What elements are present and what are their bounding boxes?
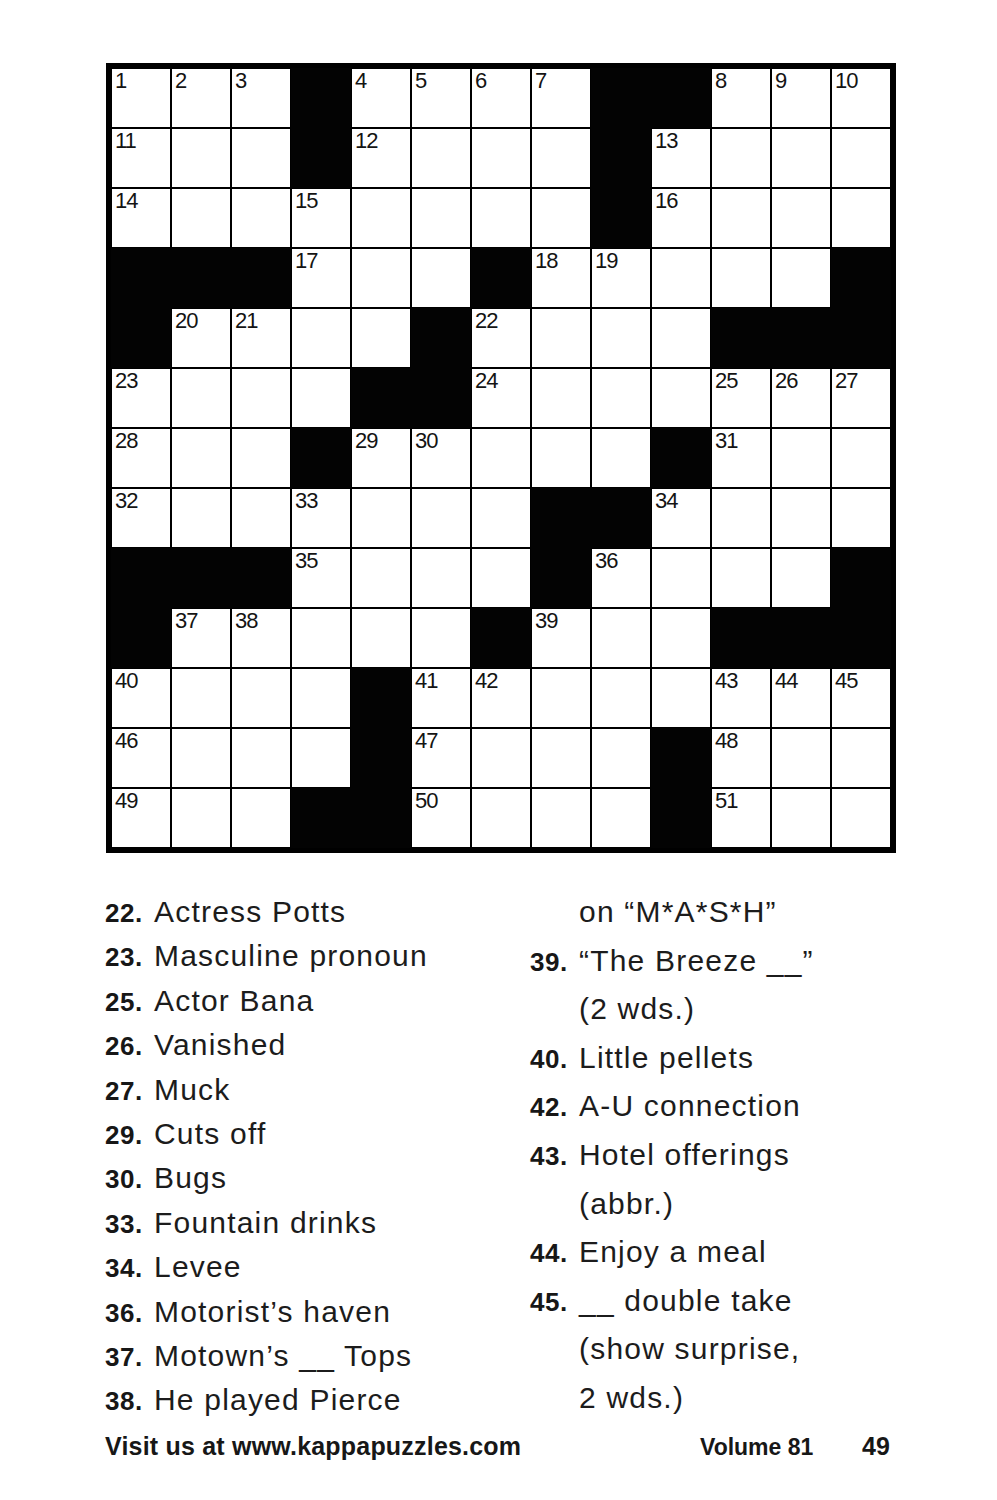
cell-r4c6[interactable]: [411, 248, 471, 308]
cell-r4c10[interactable]: [651, 248, 711, 308]
cell-number-5: 5: [415, 69, 426, 93]
cell-number-19: 19: [595, 249, 617, 273]
cell-r7c6[interactable]: 30: [411, 428, 471, 488]
cell-r2c6[interactable]: [411, 128, 471, 188]
cell-r10c2[interactable]: 37: [171, 608, 231, 668]
cell-r9c9[interactable]: 36: [591, 548, 651, 608]
cell-r4c11[interactable]: [711, 248, 771, 308]
black-cell-r7c4: [291, 428, 351, 488]
cell-r11c10[interactable]: [651, 668, 711, 728]
cell-number-46: 46: [115, 729, 137, 753]
black-cell-r4c3: [231, 248, 291, 308]
cell-r12c7[interactable]: [471, 728, 531, 788]
cell-r2c12[interactable]: [771, 128, 831, 188]
cell-r12c4[interactable]: [291, 728, 351, 788]
clues-left-column: 22.Actress Potts23.Masculine pronoun25.A…: [105, 895, 428, 1428]
cell-number-3: 3: [235, 69, 246, 93]
cell-number-9: 9: [775, 69, 786, 93]
cell-number-29: 29: [355, 429, 377, 453]
clue-number: 27.: [105, 1076, 154, 1107]
black-cell-r9c3: [231, 548, 291, 608]
clue-number: 33.: [105, 1209, 154, 1240]
black-cell-r2c9: [591, 128, 651, 188]
cell-number-8: 8: [715, 69, 726, 93]
cell-r3c12[interactable]: [771, 188, 831, 248]
clue-text: Motorist’s haven: [154, 1295, 391, 1328]
cell-r11c1[interactable]: 40: [111, 668, 171, 728]
clue-text: (2 wds.): [579, 992, 695, 1025]
cell-number-47: 47: [415, 729, 437, 753]
cell-r11c13[interactable]: 45: [831, 668, 891, 728]
cell-number-17: 17: [295, 249, 317, 273]
cell-r1c6[interactable]: 5: [411, 68, 471, 128]
cell-r6c4[interactable]: [291, 368, 351, 428]
cell-r11c7[interactable]: 42: [471, 668, 531, 728]
cell-r3c3[interactable]: [231, 188, 291, 248]
cell-r12c8[interactable]: [531, 728, 591, 788]
right-clue-39: 39.“The Breeze __”: [530, 944, 814, 993]
cell-r4c12[interactable]: [771, 248, 831, 308]
puzzle-page: { "game": "crossword", "position": { "ro…: [0, 0, 997, 1500]
cell-number-1: 1: [115, 69, 126, 93]
right-clue-42: 42.A-U connection: [530, 1089, 814, 1138]
black-cell-r9c8: [531, 548, 591, 608]
cell-r4c9[interactable]: 19: [591, 248, 651, 308]
cell-r4c4[interactable]: 17: [291, 248, 351, 308]
crossword-grid: 1234567891011121314151617181920212223242…: [106, 63, 896, 853]
cell-r6c9[interactable]: [591, 368, 651, 428]
clue-text: He played Pierce: [154, 1383, 402, 1416]
cell-r9c6[interactable]: [411, 548, 471, 608]
black-cell-r2c4: [291, 128, 351, 188]
cell-r9c7[interactable]: [471, 548, 531, 608]
cell-number-6: 6: [475, 69, 486, 93]
cell-r1c12[interactable]: 9: [771, 68, 831, 128]
clue-text: (abbr.): [579, 1187, 674, 1220]
cell-r3c4[interactable]: 15: [291, 188, 351, 248]
cell-number-27: 27: [835, 369, 857, 393]
cell-r12c1[interactable]: 46: [111, 728, 171, 788]
cell-r11c6[interactable]: 41: [411, 668, 471, 728]
black-cell-r9c2: [171, 548, 231, 608]
black-cell-r9c1: [111, 548, 171, 608]
left-clue-36: 36.Motorist’s haven: [105, 1295, 428, 1339]
clue-text: Hotel offerings: [579, 1138, 790, 1171]
clue-number: 29.: [105, 1120, 154, 1151]
cell-r1c11[interactable]: 8: [711, 68, 771, 128]
cell-r3c11[interactable]: [711, 188, 771, 248]
cell-number-22: 22: [475, 309, 497, 333]
cell-r13c12[interactable]: [771, 788, 831, 848]
clue-number: 45.: [530, 1287, 579, 1318]
cell-number-28: 28: [115, 429, 137, 453]
black-cell-r11c5: [351, 668, 411, 728]
cell-r9c11[interactable]: [711, 548, 771, 608]
cell-r3c13[interactable]: [831, 188, 891, 248]
black-cell-r1c9: [591, 68, 651, 128]
black-cell-r10c11: [711, 608, 771, 668]
cell-number-45: 45: [835, 669, 857, 693]
cell-number-30: 30: [415, 429, 437, 453]
cell-r8c5[interactable]: [351, 488, 411, 548]
black-cell-r10c7: [471, 608, 531, 668]
black-cell-r1c10: [651, 68, 711, 128]
cell-r13c3[interactable]: [231, 788, 291, 848]
cell-number-4: 4: [355, 69, 366, 93]
black-cell-r9c13: [831, 548, 891, 608]
clue-text: Fountain drinks: [154, 1206, 377, 1239]
cell-r10c3[interactable]: 38: [231, 608, 291, 668]
left-clue-22: 22.Actress Potts: [105, 895, 428, 939]
cell-r6c13[interactable]: 27: [831, 368, 891, 428]
cell-number-40: 40: [115, 669, 137, 693]
clues-right-column: on “M*A*S*H”39.“The Breeze __”(2 wds.)40…: [530, 895, 814, 1430]
black-cell-r13c5: [351, 788, 411, 848]
black-cell-r6c5: [351, 368, 411, 428]
cell-r7c1[interactable]: 28: [111, 428, 171, 488]
cell-r2c5[interactable]: 12: [351, 128, 411, 188]
black-cell-r10c13: [831, 608, 891, 668]
cell-r12c13[interactable]: [831, 728, 891, 788]
cell-r1c3[interactable]: 3: [231, 68, 291, 128]
cell-r2c8[interactable]: [531, 128, 591, 188]
left-clue-25: 25.Actor Bana: [105, 984, 428, 1028]
clue-number: 23.: [105, 942, 154, 973]
black-cell-r6c6: [411, 368, 471, 428]
right-clue-40: 40.Little pellets: [530, 1041, 814, 1090]
cell-number-42: 42: [475, 669, 497, 693]
clue-number: 22.: [105, 898, 154, 929]
volume-label: Volume 81: [700, 1434, 813, 1461]
clue-text: (show surprise,: [579, 1332, 800, 1365]
black-cell-r4c7: [471, 248, 531, 308]
clue-number: 30.: [105, 1164, 154, 1195]
black-cell-r4c2: [171, 248, 231, 308]
cell-number-43: 43: [715, 669, 737, 693]
cell-number-11: 11: [115, 129, 136, 153]
cell-r8c13[interactable]: [831, 488, 891, 548]
cell-r8c10[interactable]: 34: [651, 488, 711, 548]
cell-r5c3[interactable]: 21: [231, 308, 291, 368]
black-cell-r5c13: [831, 308, 891, 368]
cell-r13c7[interactable]: [471, 788, 531, 848]
cell-r11c4[interactable]: [291, 668, 351, 728]
cell-r1c2[interactable]: 2: [171, 68, 231, 128]
cell-r6c12[interactable]: 26: [771, 368, 831, 428]
cell-r11c2[interactable]: [171, 668, 231, 728]
black-cell-r10c1: [111, 608, 171, 668]
clue-text: Actor Bana: [154, 984, 314, 1017]
black-cell-r12c5: [351, 728, 411, 788]
black-cell-r8c8: [531, 488, 591, 548]
clue-number: 43.: [530, 1141, 579, 1172]
cell-r5c10[interactable]: [651, 308, 711, 368]
cell-number-23: 23: [115, 369, 137, 393]
cell-number-34: 34: [655, 489, 677, 513]
cell-r3c6[interactable]: [411, 188, 471, 248]
left-clue-33: 33.Fountain drinks: [105, 1206, 428, 1250]
cell-r2c1[interactable]: 11: [111, 128, 171, 188]
cell-r9c4[interactable]: 35: [291, 548, 351, 608]
cell-number-32: 32: [115, 489, 137, 513]
clue-text: Bugs: [154, 1161, 227, 1194]
right-clue-45: 45.__ double take: [530, 1284, 814, 1333]
cell-r13c8[interactable]: [531, 788, 591, 848]
right-clue-43: 43.Hotel offerings: [530, 1138, 814, 1187]
cell-number-25: 25: [715, 369, 737, 393]
cell-r13c2[interactable]: [171, 788, 231, 848]
black-cell-r8c9: [591, 488, 651, 548]
cell-number-7: 7: [535, 69, 546, 93]
clue-text: Actress Potts: [154, 895, 346, 928]
cell-number-51: 51: [715, 789, 737, 813]
cell-number-18: 18: [535, 249, 557, 273]
cell-r4c5[interactable]: [351, 248, 411, 308]
left-clue-30: 30.Bugs: [105, 1161, 428, 1205]
cell-number-15: 15: [295, 189, 317, 213]
black-cell-r5c1: [111, 308, 171, 368]
clue-text: “The Breeze __”: [579, 944, 814, 977]
cell-r11c9[interactable]: [591, 668, 651, 728]
cell-number-48: 48: [715, 729, 737, 753]
left-clue-27: 27.Muck: [105, 1073, 428, 1117]
cell-r13c11[interactable]: 51: [711, 788, 771, 848]
cell-r5c2[interactable]: 20: [171, 308, 231, 368]
cell-r8c4[interactable]: 33: [291, 488, 351, 548]
cell-r11c8[interactable]: [531, 668, 591, 728]
cell-r6c3[interactable]: [231, 368, 291, 428]
cell-number-37: 37: [175, 609, 197, 633]
left-clue-37: 37.Motown’s __ Tops: [105, 1339, 428, 1383]
cell-r7c7[interactable]: [471, 428, 531, 488]
cell-r10c10[interactable]: [651, 608, 711, 668]
left-clue-34: 34.Levee: [105, 1250, 428, 1294]
cell-r13c6[interactable]: 50: [411, 788, 471, 848]
black-cell-r13c10: [651, 788, 711, 848]
clue-text: Enjoy a meal: [579, 1235, 767, 1268]
clue-text: __ double take: [579, 1284, 793, 1317]
clue-text: Masculine pronoun: [154, 939, 428, 972]
cell-r5c5[interactable]: [351, 308, 411, 368]
cell-r7c12[interactable]: [771, 428, 831, 488]
clue-number: 39.: [530, 947, 579, 978]
clue-text: on “M*A*S*H”: [579, 895, 777, 928]
cell-number-12: 12: [355, 129, 377, 153]
cell-number-10: 10: [835, 69, 857, 93]
cell-number-26: 26: [775, 369, 797, 393]
cell-number-41: 41: [415, 669, 437, 693]
cell-r3c7[interactable]: [471, 188, 531, 248]
black-cell-r10c12: [771, 608, 831, 668]
clue-text: Motown’s __ Tops: [154, 1339, 412, 1372]
cell-r2c10[interactable]: 13: [651, 128, 711, 188]
black-cell-r5c12: [771, 308, 831, 368]
cell-r1c8[interactable]: 7: [531, 68, 591, 128]
cell-r6c10[interactable]: [651, 368, 711, 428]
cell-r8c3[interactable]: [231, 488, 291, 548]
right-clue-continuation: (show surprise,: [530, 1332, 814, 1381]
clue-text: Muck: [154, 1073, 230, 1106]
cell-r2c7[interactable]: [471, 128, 531, 188]
clue-number: 34.: [105, 1253, 154, 1284]
cell-r12c11[interactable]: 48: [711, 728, 771, 788]
right-clue-continuation: 2 wds.): [530, 1381, 814, 1430]
cell-r8c6[interactable]: [411, 488, 471, 548]
right-clue-continuation: (abbr.): [530, 1187, 814, 1236]
cell-r8c2[interactable]: [171, 488, 231, 548]
cell-number-16: 16: [655, 189, 677, 213]
page-footer: Visit us at www.kappapuzzles.com Volume …: [0, 1432, 997, 1468]
cell-r7c13[interactable]: [831, 428, 891, 488]
black-cell-r3c9: [591, 188, 651, 248]
clue-text: Cuts off: [154, 1117, 266, 1150]
clue-number: 37.: [105, 1342, 154, 1373]
cell-r8c7[interactable]: [471, 488, 531, 548]
cell-r2c13[interactable]: [831, 128, 891, 188]
clue-number: 25.: [105, 987, 154, 1018]
clue-number: 36.: [105, 1298, 154, 1329]
cell-r2c2[interactable]: [171, 128, 231, 188]
black-cell-r4c13: [831, 248, 891, 308]
cell-r5c9[interactable]: [591, 308, 651, 368]
cell-number-33: 33: [295, 489, 317, 513]
cell-r2c3[interactable]: [231, 128, 291, 188]
cell-r9c10[interactable]: [651, 548, 711, 608]
cell-r3c10[interactable]: 16: [651, 188, 711, 248]
cell-number-36: 36: [595, 549, 617, 573]
clue-text: 2 wds.): [579, 1381, 684, 1414]
cell-r8c1[interactable]: 32: [111, 488, 171, 548]
cell-r7c8[interactable]: [531, 428, 591, 488]
cell-r2c11[interactable]: [711, 128, 771, 188]
cell-number-20: 20: [175, 309, 197, 333]
page-number: 49: [862, 1432, 890, 1461]
cell-r12c6[interactable]: 47: [411, 728, 471, 788]
clue-number: 38.: [105, 1386, 154, 1417]
cell-r10c9[interactable]: [591, 608, 651, 668]
right-clue-continuation: on “M*A*S*H”: [530, 895, 814, 944]
cell-number-50: 50: [415, 789, 437, 813]
website-text: Visit us at www.kappapuzzles.com: [105, 1432, 521, 1461]
cell-r3c2[interactable]: [171, 188, 231, 248]
cell-r10c4[interactable]: [291, 608, 351, 668]
left-clue-29: 29.Cuts off: [105, 1117, 428, 1161]
cell-r12c2[interactable]: [171, 728, 231, 788]
cell-number-13: 13: [655, 129, 677, 153]
cell-r12c9[interactable]: [591, 728, 651, 788]
cell-r7c5[interactable]: 29: [351, 428, 411, 488]
black-cell-r4c1: [111, 248, 171, 308]
clue-number: 44.: [530, 1238, 579, 1269]
cell-r8c12[interactable]: [771, 488, 831, 548]
clue-number: 40.: [530, 1044, 579, 1075]
cell-r13c1[interactable]: 49: [111, 788, 171, 848]
cell-r6c7[interactable]: 24: [471, 368, 531, 428]
clue-text: Little pellets: [579, 1041, 754, 1074]
cell-r9c12[interactable]: [771, 548, 831, 608]
cell-r3c8[interactable]: [531, 188, 591, 248]
black-cell-r1c4: [291, 68, 351, 128]
cell-r1c7[interactable]: 6: [471, 68, 531, 128]
cell-number-2: 2: [175, 69, 186, 93]
clue-text: Vanished: [154, 1028, 286, 1061]
black-cell-r5c11: [711, 308, 771, 368]
left-clue-38: 38.He played Pierce: [105, 1383, 428, 1427]
cell-number-24: 24: [475, 369, 497, 393]
cell-r6c2[interactable]: [171, 368, 231, 428]
cell-r10c8[interactable]: 39: [531, 608, 591, 668]
cell-number-14: 14: [115, 189, 137, 213]
cell-r11c3[interactable]: [231, 668, 291, 728]
black-cell-r13c4: [291, 788, 351, 848]
cell-number-21: 21: [235, 309, 257, 333]
cell-r9c5[interactable]: [351, 548, 411, 608]
cell-r12c3[interactable]: [231, 728, 291, 788]
cell-number-39: 39: [535, 609, 557, 633]
cell-number-31: 31: [715, 429, 737, 453]
cell-r4c8[interactable]: 18: [531, 248, 591, 308]
cell-r1c5[interactable]: 4: [351, 68, 411, 128]
cell-r7c2[interactable]: [171, 428, 231, 488]
cell-r10c5[interactable]: [351, 608, 411, 668]
cell-r5c7[interactable]: 22: [471, 308, 531, 368]
cell-r3c1[interactable]: 14: [111, 188, 171, 248]
clue-number: 26.: [105, 1031, 154, 1062]
cell-r8c11[interactable]: [711, 488, 771, 548]
left-clue-23: 23.Masculine pronoun: [105, 939, 428, 983]
cell-r5c8[interactable]: [531, 308, 591, 368]
left-clue-26: 26.Vanished: [105, 1028, 428, 1072]
right-clue-44: 44.Enjoy a meal: [530, 1235, 814, 1284]
cell-number-49: 49: [115, 789, 137, 813]
cell-number-44: 44: [775, 669, 797, 693]
cell-r5c4[interactable]: [291, 308, 351, 368]
cell-r6c11[interactable]: 25: [711, 368, 771, 428]
cell-r7c11[interactable]: 31: [711, 428, 771, 488]
black-cell-r7c10: [651, 428, 711, 488]
cell-r6c1[interactable]: 23: [111, 368, 171, 428]
clue-number: 42.: [530, 1092, 579, 1123]
cell-r3c5[interactable]: [351, 188, 411, 248]
cell-r1c13[interactable]: 10: [831, 68, 891, 128]
cell-r6c8[interactable]: [531, 368, 591, 428]
cell-r7c3[interactable]: [231, 428, 291, 488]
cell-r13c9[interactable]: [591, 788, 651, 848]
cell-r1c1[interactable]: 1: [111, 68, 171, 128]
cell-r10c6[interactable]: [411, 608, 471, 668]
clue-text: Levee: [154, 1250, 242, 1283]
cell-r12c12[interactable]: [771, 728, 831, 788]
cell-number-35: 35: [295, 549, 317, 573]
clue-text: A-U connection: [579, 1089, 801, 1122]
cell-r11c12[interactable]: 44: [771, 668, 831, 728]
cell-number-38: 38: [235, 609, 257, 633]
right-clue-continuation: (2 wds.): [530, 992, 814, 1041]
black-cell-r5c6: [411, 308, 471, 368]
black-cell-r12c10: [651, 728, 711, 788]
cell-r13c13[interactable]: [831, 788, 891, 848]
cell-r7c9[interactable]: [591, 428, 651, 488]
cell-r11c11[interactable]: 43: [711, 668, 771, 728]
